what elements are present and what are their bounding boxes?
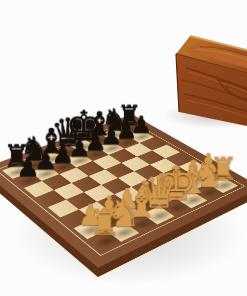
storage-box [166, 20, 247, 138]
photo-scene: ♜♞♝♛♚♝♞♜♟♟♟♟♟♟♟♟♟♟♟♟♟♟♟♟♜♞♝♛♚♝♞♜ [0, 0, 247, 296]
